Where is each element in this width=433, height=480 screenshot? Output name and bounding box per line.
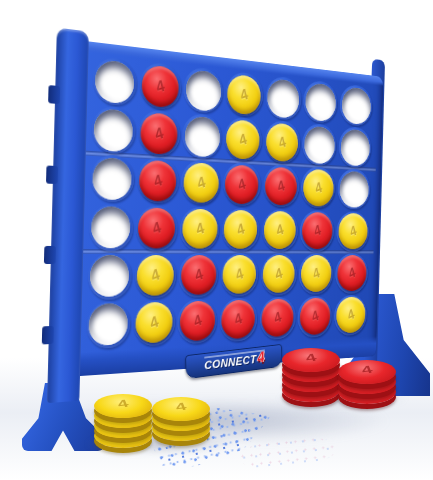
red-chip-stack: 4 <box>282 344 342 402</box>
clip-tab <box>48 85 60 104</box>
chip-emboss: 4 <box>220 206 261 254</box>
chip-emboss: 4 <box>224 71 265 118</box>
red-chip: 4 <box>138 207 176 248</box>
cell-r1c3[interactable] <box>182 65 225 115</box>
chip-emboss: 4 <box>179 158 222 207</box>
yellow-chip: 4 <box>264 211 297 249</box>
yellow-chip: 4 <box>262 255 295 293</box>
cell-r2c2[interactable]: 4 <box>136 108 181 159</box>
yellow-loose-chip[interactable]: 4 <box>94 394 152 418</box>
red-chip: 4 <box>181 255 217 295</box>
red-loose-chip[interactable]: 4 <box>338 360 396 384</box>
yellow-chip: 4 <box>227 73 261 115</box>
cell-r5c6[interactable]: 4 <box>297 252 335 295</box>
cell-r1c6[interactable] <box>302 78 339 125</box>
empty-hole <box>339 171 369 208</box>
cell-r1c2[interactable]: 4 <box>137 60 182 112</box>
red-chip: 4 <box>141 64 179 108</box>
cell-r6c2[interactable]: 4 <box>131 299 177 348</box>
empty-hole <box>95 59 135 105</box>
cell-r5c3[interactable]: 4 <box>177 252 220 299</box>
red-chip-stack: 4 <box>338 346 398 404</box>
clip-tab <box>46 165 58 184</box>
cell-r4c7[interactable]: 4 <box>335 210 371 252</box>
cell-r4c6[interactable]: 4 <box>298 209 336 252</box>
connect-four-scene: 4444444444444444444444444444 CONNECT 4 4… <box>0 0 433 480</box>
chip-emboss: 4 <box>297 251 335 298</box>
empty-hole <box>185 69 221 112</box>
red-chip: 4 <box>265 166 298 205</box>
yellow-chip: 4 <box>300 255 331 292</box>
red-chip-stacks: 44 <box>282 344 408 402</box>
cell-r6c6[interactable]: 4 <box>296 295 334 339</box>
red-loose-chip[interactable]: 4 <box>282 348 340 372</box>
red-chip: 4 <box>140 112 178 155</box>
chip-emboss: 4 <box>300 165 337 210</box>
cell-r6c1[interactable] <box>84 300 132 350</box>
chip-emboss: 4 <box>221 161 262 209</box>
chip-emboss: 4 <box>134 203 180 254</box>
chip-emboss: 4 <box>296 293 334 340</box>
chip-emboss: 4 <box>131 297 177 349</box>
red-chip: 4 <box>179 301 215 342</box>
red-chip: 4 <box>302 212 333 249</box>
cell-r6c5[interactable]: 4 <box>258 296 297 341</box>
cell-r4c5[interactable]: 4 <box>260 208 299 253</box>
yellow-chip: 4 <box>336 297 366 334</box>
empty-hole <box>340 128 370 166</box>
empty-hole <box>184 115 220 157</box>
chip-emboss: 4 <box>218 295 259 344</box>
chip-emboss: 4 <box>298 208 336 254</box>
chip-emboss: 4 <box>261 163 300 210</box>
red-chip: 4 <box>139 160 177 202</box>
cell-r2c7[interactable] <box>337 125 373 169</box>
chip-emboss: 4 <box>333 292 369 338</box>
empty-hole <box>89 303 129 346</box>
chip-emboss: 4 <box>263 119 302 165</box>
cell-r6c7[interactable]: 4 <box>333 294 369 337</box>
empty-hole <box>94 108 134 152</box>
logo-text-four: 4 <box>257 348 265 367</box>
yellow-chip: 4 <box>226 119 260 160</box>
yellow-chip-stacks: 44 <box>94 388 226 448</box>
cell-r3c3[interactable]: 4 <box>179 158 222 206</box>
cell-r6c4[interactable]: 4 <box>218 297 259 344</box>
chip-emboss: 4 <box>174 400 189 413</box>
cell-r2c1[interactable] <box>90 104 138 156</box>
red-chip: 4 <box>221 300 255 340</box>
yellow-chip: 4 <box>338 213 368 249</box>
chip-emboss: 4 <box>116 397 131 410</box>
chip-emboss: 4 <box>260 207 299 254</box>
board: 4444444444444444444444444444 CONNECT 4 <box>52 38 384 378</box>
chip-emboss: 4 <box>304 351 319 364</box>
logo-text-connect: CONNECT <box>204 352 256 372</box>
chip-emboss: 4 <box>137 62 183 111</box>
chip-emboss: 4 <box>135 156 181 206</box>
cell-r5c4[interactable]: 4 <box>219 252 260 298</box>
cell-r3c2[interactable]: 4 <box>135 156 181 205</box>
chip-emboss: 4 <box>360 363 375 376</box>
cell-r4c3[interactable]: 4 <box>178 205 221 252</box>
yellow-loose-chip[interactable]: 4 <box>152 397 210 421</box>
red-chip: 4 <box>337 255 367 291</box>
cell-r3c5[interactable]: 4 <box>261 163 300 209</box>
cell-r5c5[interactable]: 4 <box>259 252 298 296</box>
yellow-chip: 4 <box>266 122 299 162</box>
empty-hole <box>304 125 335 164</box>
cell-r5c1[interactable] <box>86 252 134 301</box>
cell-r3c4[interactable]: 4 <box>221 161 262 208</box>
cell-r1c4[interactable]: 4 <box>224 70 265 119</box>
cell-r4c1[interactable] <box>87 202 135 251</box>
empty-hole <box>92 157 132 200</box>
empty-hole <box>267 78 300 119</box>
chip-emboss: 4 <box>219 250 260 299</box>
cell-r3c7[interactable] <box>336 167 372 210</box>
cell-r4c2[interactable]: 4 <box>134 204 180 252</box>
chip-emboss: 4 <box>222 116 263 163</box>
cell-r1c1[interactable] <box>91 55 139 108</box>
chip-emboss: 4 <box>177 250 220 300</box>
red-chip: 4 <box>261 299 294 338</box>
board-face: 4444444444444444444444444444 <box>52 38 384 378</box>
cell-r6c3[interactable]: 4 <box>176 298 219 346</box>
yellow-chip: 4 <box>222 255 256 294</box>
empty-hole <box>91 206 131 248</box>
yellow-chip-stack: 4 <box>152 381 212 441</box>
chip-emboss: 4 <box>132 250 178 301</box>
yellow-chip: 4 <box>183 162 219 203</box>
clip-tab <box>42 326 54 345</box>
empty-hole <box>341 86 371 125</box>
chip-emboss: 4 <box>334 251 370 296</box>
cell-r2c5[interactable]: 4 <box>263 119 302 166</box>
yellow-chip: 4 <box>136 255 174 296</box>
chip-emboss: 4 <box>178 204 221 253</box>
yellow-chip: 4 <box>224 210 258 249</box>
yellow-chip: 4 <box>135 302 173 344</box>
chip-emboss: 4 <box>175 296 219 347</box>
yellow-chip: 4 <box>303 169 334 207</box>
cell-r3c1[interactable] <box>88 153 136 204</box>
cell-r2c4[interactable]: 4 <box>223 115 264 163</box>
empty-hole <box>90 255 130 297</box>
chip-emboss: 4 <box>259 250 298 298</box>
cell-r1c7[interactable] <box>338 83 374 128</box>
clip-tab <box>44 246 56 264</box>
chip-emboss: 4 <box>258 294 297 342</box>
empty-hole <box>305 82 336 122</box>
board-grid: 4444444444444444444444444444 <box>84 55 374 351</box>
cell-r5c2[interactable]: 4 <box>132 252 178 300</box>
cell-r3c6[interactable]: 4 <box>300 165 337 210</box>
cell-r2c3[interactable] <box>180 112 223 161</box>
red-chip: 4 <box>225 164 259 204</box>
cell-r2c6[interactable] <box>301 122 338 168</box>
yellow-chip-stack: 4 <box>94 388 154 448</box>
yellow-chip: 4 <box>182 209 218 249</box>
chip-emboss: 4 <box>335 209 371 254</box>
cell-r4c4[interactable]: 4 <box>220 206 261 252</box>
chip-emboss: 4 <box>136 109 182 158</box>
cell-r5c7[interactable]: 4 <box>334 252 370 294</box>
cell-r1c5[interactable] <box>264 74 303 122</box>
red-chip: 4 <box>299 298 330 336</box>
